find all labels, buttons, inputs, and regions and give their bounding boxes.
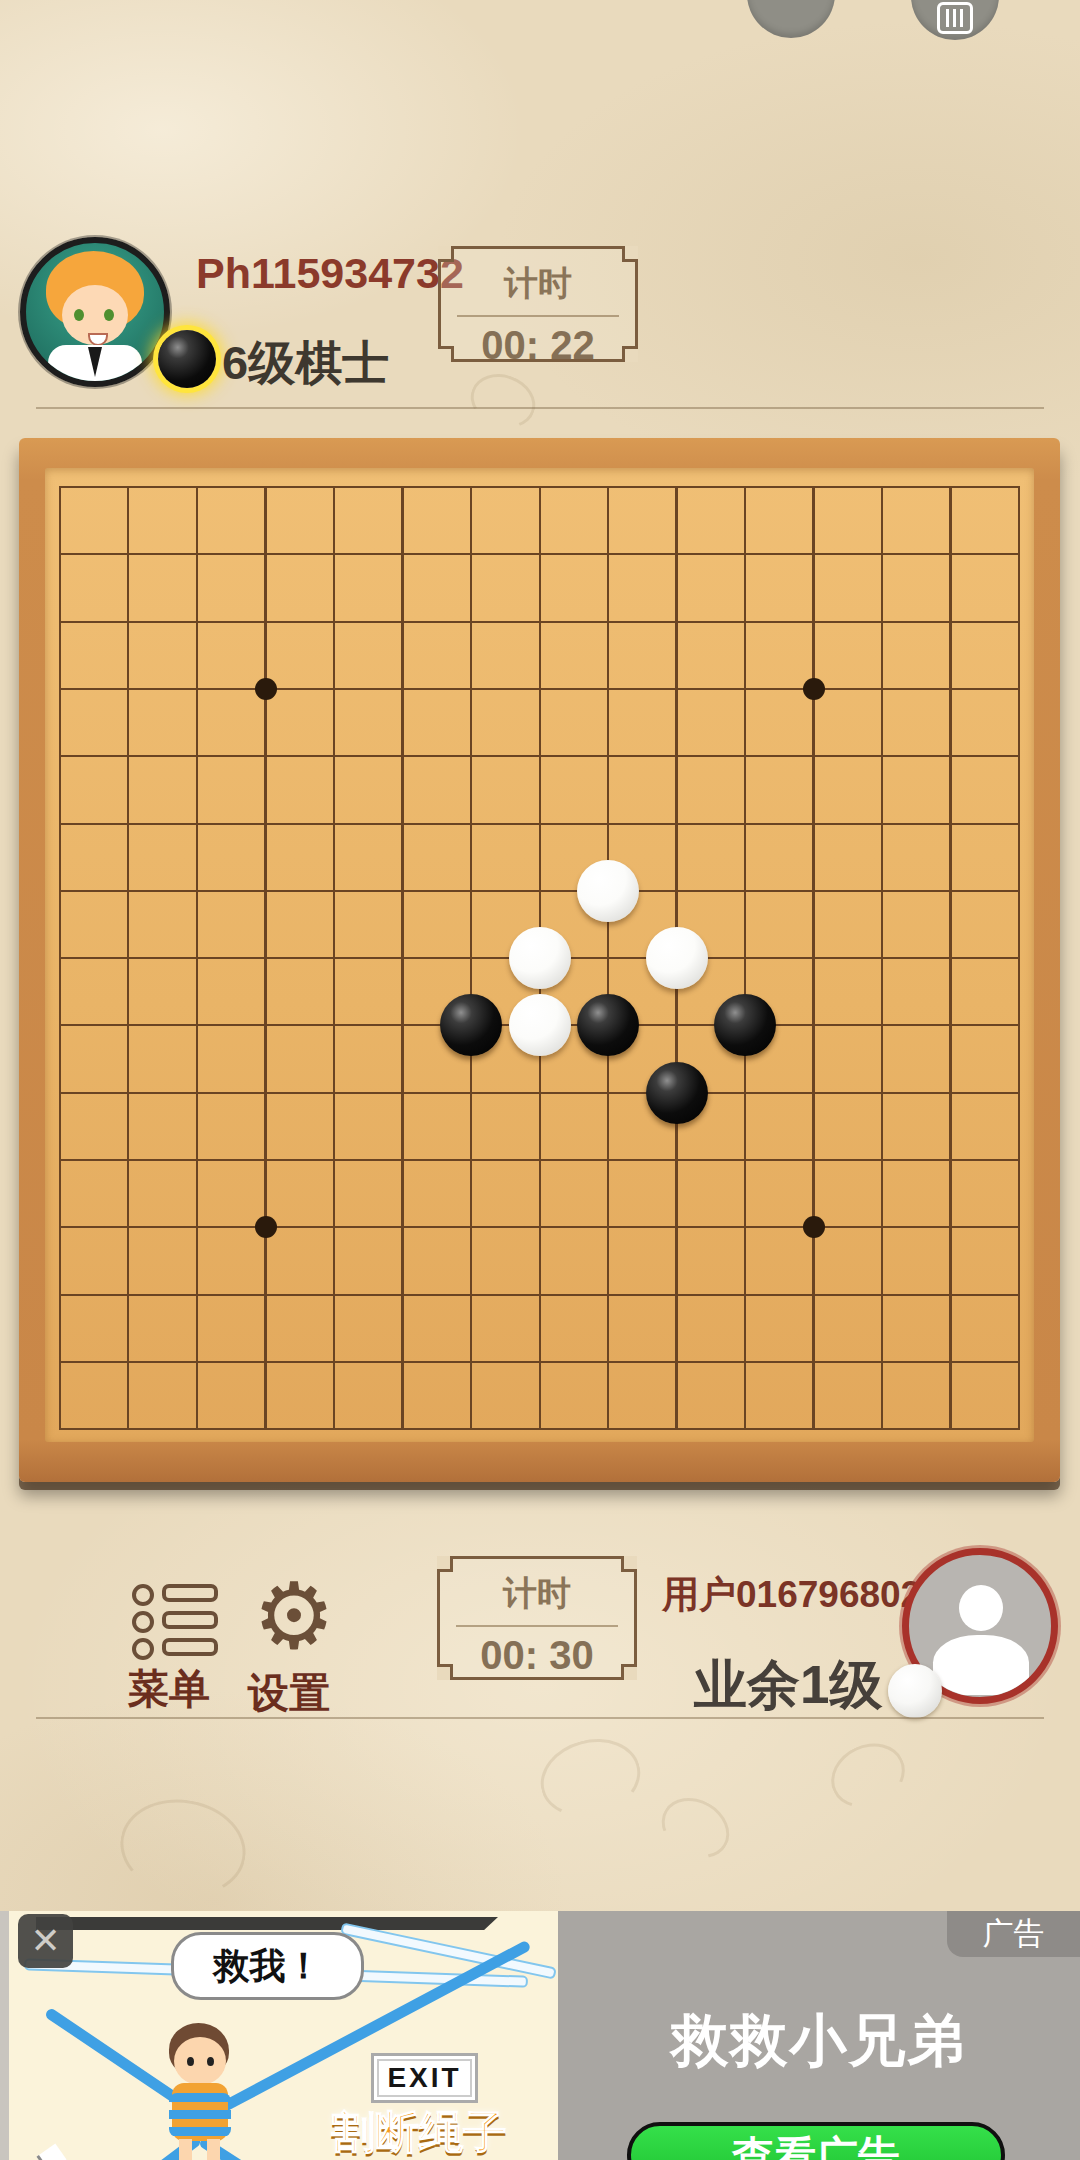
player-top-rank: 6级棋士	[222, 332, 389, 395]
boy-eye	[187, 2057, 194, 2066]
player-top-avatar[interactable]	[20, 237, 170, 387]
boy-leg	[179, 2139, 192, 2160]
game-screen: Ph115934732 6级棋士 计时 00: 22 菜单 ⚙ 设置 计时 00…	[0, 0, 1080, 2160]
speech-bubble-tail	[36, 2143, 68, 2160]
avatar-tie	[88, 347, 102, 377]
timer-label: 计时	[440, 1571, 634, 1617]
white-stone	[509, 927, 571, 989]
white-stone	[577, 860, 639, 922]
white-stone	[646, 927, 708, 989]
ad-close-button[interactable]: ✕	[18, 1914, 73, 1968]
white-stone-indicator	[888, 1664, 942, 1718]
ad-top-bar	[36, 1917, 498, 1930]
avatar-eye	[104, 309, 114, 321]
star-point	[255, 678, 277, 700]
avatar-eye	[74, 309, 84, 321]
boy-face	[174, 2037, 226, 2085]
gear-icon[interactable]: ⚙	[246, 1566, 342, 1666]
star-point	[803, 678, 825, 700]
speech-bubble: 救我！	[171, 1932, 364, 2000]
star-point	[803, 1216, 825, 1238]
menu-button[interactable]: 菜单	[128, 1662, 210, 1717]
timer-label: 计时	[441, 261, 635, 307]
timer-divider	[457, 315, 620, 317]
exit-sign: EXIT	[371, 2053, 478, 2103]
person-icon	[959, 1585, 1003, 1631]
boy-leg	[207, 2139, 220, 2160]
timer-value: 00: 30	[440, 1633, 634, 1678]
cloud-decoration	[651, 1786, 740, 1870]
building-icon	[937, 2, 973, 34]
cloud-decoration	[532, 1728, 649, 1828]
black-stone	[577, 994, 639, 1056]
rope-coil	[169, 2093, 231, 2137]
timer-divider	[456, 1625, 619, 1627]
ad-text-panel[interactable]: 广告 救救小兄弟 查看广告	[558, 1911, 1080, 2160]
ad-caption: 割断绳子	[331, 2103, 507, 2160]
ad-headline: 救救小兄弟	[558, 2003, 1080, 2080]
menu-icon[interactable]	[132, 1584, 218, 1658]
timer-value: 00: 22	[441, 323, 635, 368]
ad-banner[interactable]: 救我！ EXIT 割断绳子 ✕ 广告 救救小兄弟 查看广告	[0, 1911, 1080, 2160]
timer-top: 计时 00: 22	[438, 246, 638, 362]
ad-cta-button[interactable]: 查看广告	[627, 2122, 1005, 2160]
ad-illustration-panel[interactable]: 救我！ EXIT 割断绳子 ✕	[9, 1911, 558, 2160]
black-stone	[714, 994, 776, 1056]
player-top-name: Ph115934732	[196, 249, 464, 298]
ad-badge: 广告	[947, 1911, 1080, 1957]
player-bottom-rank: 业余1级	[694, 1650, 882, 1722]
person-icon	[933, 1635, 1029, 1695]
timer-bottom: 计时 00: 30	[437, 1556, 637, 1680]
cloud-decoration	[463, 365, 543, 436]
black-stone-turn-indicator	[158, 330, 216, 388]
star-point	[255, 1216, 277, 1238]
black-stone	[440, 994, 502, 1056]
settings-button[interactable]: 设置	[248, 1666, 330, 1721]
top-bar-button-right[interactable]	[911, 0, 999, 40]
last-move-marker	[499, 984, 581, 1066]
cloud-decoration	[113, 1790, 254, 1906]
gomoku-board[interactable]	[19, 438, 1060, 1482]
boy-eye	[207, 2057, 214, 2066]
bottom-separator	[36, 1717, 1044, 1719]
top-bar-button-left[interactable]	[747, 0, 835, 38]
top-separator	[36, 407, 1044, 409]
cloud-decoration	[821, 1732, 916, 1819]
board-grid[interactable]	[59, 486, 1020, 1430]
black-stone	[646, 1062, 708, 1124]
